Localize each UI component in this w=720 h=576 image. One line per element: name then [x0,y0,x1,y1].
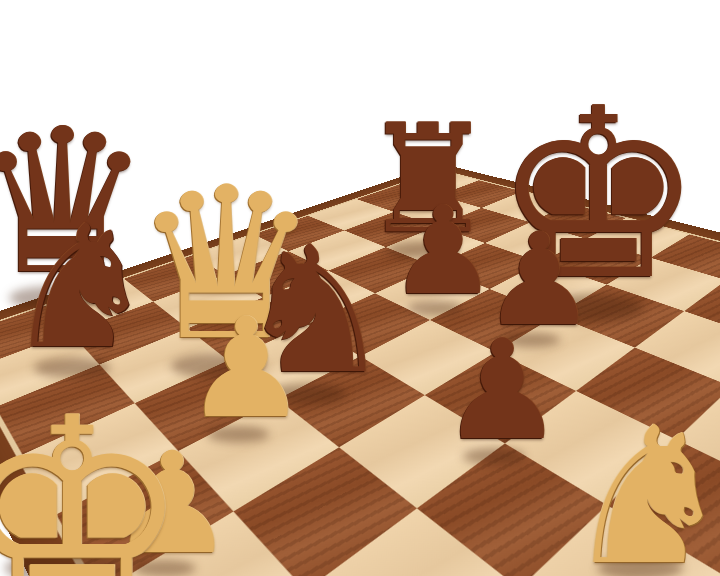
piece-white-pawn-e6[interactable]: ♟ [184,300,308,438]
piece-white-knight-c4[interactable]: ♞ [563,402,720,576]
chess-photo-scene: ♜♛♟♚♟♛♞♞♟♟♟♞♚ [0,0,720,576]
piece-black-pawn-d5[interactable]: ♟ [440,322,564,460]
piece-black-knight-g7[interactable]: ♞ [4,202,156,372]
piece-white-king-f6[interactable]: ♚ [0,383,191,576]
